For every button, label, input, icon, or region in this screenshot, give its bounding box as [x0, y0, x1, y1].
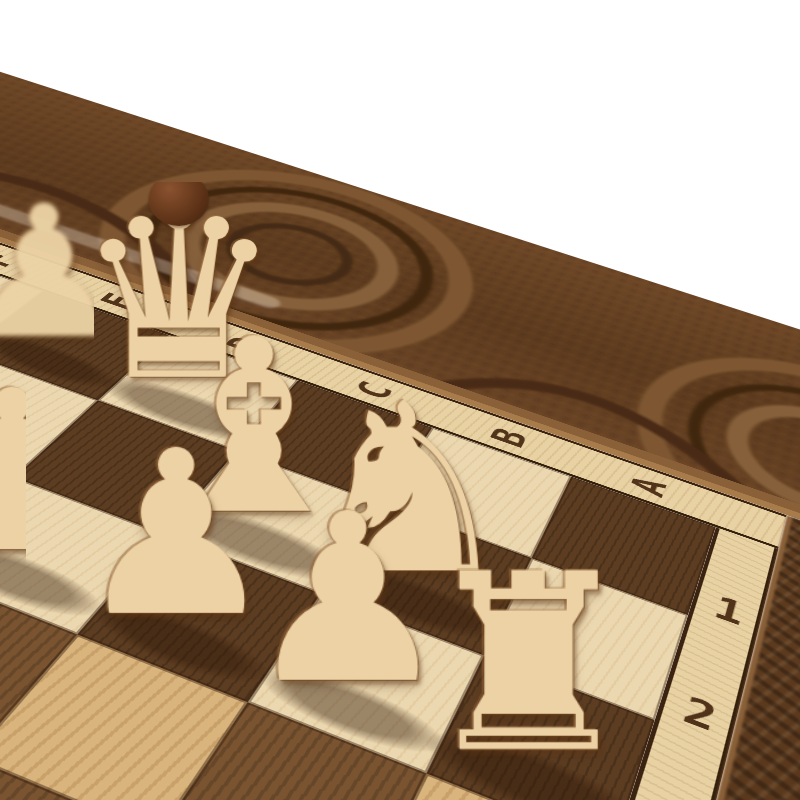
piece-white-rook-a3[interactable]: ♜: [530, 781, 533, 784]
queen-brown-finial: [149, 172, 209, 225]
piece-white-pawn-d3[interactable]: ♟: [16, 579, 19, 581]
chess-set-scene: HGFEDCBA 12345678 ♟♛♝♞♜♟♟♟: [0, 0, 800, 800]
piece-white-pawn-b3[interactable]: ♟: [351, 710, 354, 712]
rook-glyph: ♜: [418, 542, 638, 787]
piece-white-pawn-c3[interactable]: ♟: [180, 643, 183, 645]
photo-canvas: HGFEDCBA 12345678 ♟♛♝♞♜♟♟♟: [0, 0, 800, 800]
board-plane: HGFEDCBA 12345678 ♟♛♝♞♜♟♟♟: [0, 52, 800, 800]
